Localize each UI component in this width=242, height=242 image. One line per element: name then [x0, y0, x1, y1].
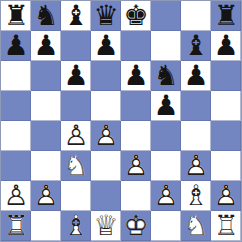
square-d3[interactable]	[91, 151, 121, 181]
square-d1[interactable]: ♛♕	[91, 211, 121, 241]
square-d8[interactable]: ♛	[91, 1, 121, 31]
square-h3[interactable]	[211, 151, 241, 181]
chess-board-container: ♜♞♝♛♚♜♟♟♟♝♟♟♟♞♟♟♟♙♟♙♞♘♟♙♟♙♟♙♟♙♟♙♝♗♟♙♜♖♝♗…	[0, 0, 242, 242]
square-b1[interactable]	[31, 211, 61, 241]
square-f1[interactable]	[151, 211, 181, 241]
black-pawn-icon: ♟	[121, 61, 151, 91]
black-rook-icon: ♜	[1, 1, 31, 31]
square-a1[interactable]: ♜♖	[1, 211, 31, 241]
chess-board: ♜♞♝♛♚♜♟♟♟♝♟♟♟♞♟♟♟♙♟♙♞♘♟♙♟♙♟♙♟♙♟♙♝♗♟♙♜♖♝♗…	[0, 0, 242, 242]
square-a8[interactable]: ♜	[1, 1, 31, 31]
square-g8[interactable]	[181, 1, 211, 31]
square-b4[interactable]	[31, 121, 61, 151]
white-pawn-icon: ♟♙	[151, 181, 181, 211]
black-pawn-icon: ♟	[151, 91, 181, 121]
white-pawn-icon: ♟♙	[181, 151, 211, 181]
black-pawn-icon: ♟	[61, 61, 91, 91]
square-g6[interactable]: ♟	[181, 61, 211, 91]
square-h7[interactable]: ♟	[211, 31, 241, 61]
square-b2[interactable]: ♟♙	[31, 181, 61, 211]
white-pawn-icon: ♟♙	[61, 121, 91, 151]
square-g3[interactable]: ♟♙	[181, 151, 211, 181]
square-d7[interactable]: ♟	[91, 31, 121, 61]
square-g4[interactable]	[181, 121, 211, 151]
square-f8[interactable]	[151, 1, 181, 31]
square-f5[interactable]: ♟	[151, 91, 181, 121]
square-h4[interactable]	[211, 121, 241, 151]
square-b5[interactable]	[31, 91, 61, 121]
white-pawn-icon: ♟♙	[121, 151, 151, 181]
square-a5[interactable]	[1, 91, 31, 121]
square-b3[interactable]	[31, 151, 61, 181]
square-h1[interactable]: ♜♖	[211, 211, 241, 241]
black-pawn-icon: ♟	[1, 31, 31, 61]
square-c7[interactable]	[61, 31, 91, 61]
square-a3[interactable]	[1, 151, 31, 181]
square-e7[interactable]	[121, 31, 151, 61]
black-pawn-icon: ♟	[181, 61, 211, 91]
square-e1[interactable]: ♚♔	[121, 211, 151, 241]
square-c2[interactable]	[61, 181, 91, 211]
black-rook-icon: ♜	[211, 1, 241, 31]
square-c3[interactable]: ♞♘	[61, 151, 91, 181]
square-b8[interactable]: ♞	[31, 1, 61, 31]
square-e2[interactable]	[121, 181, 151, 211]
square-d2[interactable]	[91, 181, 121, 211]
white-queen-icon: ♛♕	[91, 211, 121, 241]
black-bishop-icon: ♝	[181, 31, 211, 61]
square-g2[interactable]: ♝♗	[181, 181, 211, 211]
black-knight-icon: ♞	[151, 61, 181, 91]
square-a2[interactable]: ♟♙	[1, 181, 31, 211]
square-a4[interactable]	[1, 121, 31, 151]
white-rook-icon: ♜♖	[1, 211, 31, 241]
square-e6[interactable]: ♟	[121, 61, 151, 91]
square-f2[interactable]: ♟♙	[151, 181, 181, 211]
black-pawn-icon: ♟	[31, 31, 61, 61]
black-pawn-icon: ♟	[211, 31, 241, 61]
square-c6[interactable]: ♟	[61, 61, 91, 91]
square-b7[interactable]: ♟	[31, 31, 61, 61]
white-knight-icon: ♞♘	[61, 151, 91, 181]
square-d6[interactable]	[91, 61, 121, 91]
white-bishop-icon: ♝♗	[61, 211, 91, 241]
square-e8[interactable]: ♚	[121, 1, 151, 31]
white-pawn-icon: ♟♙	[91, 121, 121, 151]
square-g1[interactable]: ♞♘	[181, 211, 211, 241]
white-pawn-icon: ♟♙	[31, 181, 61, 211]
square-c4[interactable]: ♟♙	[61, 121, 91, 151]
square-g7[interactable]: ♝	[181, 31, 211, 61]
square-a6[interactable]	[1, 61, 31, 91]
square-c5[interactable]	[61, 91, 91, 121]
black-king-icon: ♚	[121, 1, 151, 31]
square-e5[interactable]	[121, 91, 151, 121]
square-e3[interactable]: ♟♙	[121, 151, 151, 181]
black-bishop-icon: ♝	[61, 1, 91, 31]
square-h8[interactable]: ♜	[211, 1, 241, 31]
white-pawn-icon: ♟♙	[211, 181, 241, 211]
white-knight-icon: ♞♘	[181, 211, 211, 241]
square-h6[interactable]	[211, 61, 241, 91]
square-c1[interactable]: ♝♗	[61, 211, 91, 241]
white-rook-icon: ♜♖	[211, 211, 241, 241]
square-f7[interactable]	[151, 31, 181, 61]
square-h5[interactable]	[211, 91, 241, 121]
square-e4[interactable]	[121, 121, 151, 151]
black-queen-icon: ♛	[91, 1, 121, 31]
black-pawn-icon: ♟	[91, 31, 121, 61]
square-g5[interactable]	[181, 91, 211, 121]
square-d4[interactable]: ♟♙	[91, 121, 121, 151]
square-c8[interactable]: ♝	[61, 1, 91, 31]
square-b6[interactable]	[31, 61, 61, 91]
white-pawn-icon: ♟♙	[1, 181, 31, 211]
square-d5[interactable]	[91, 91, 121, 121]
square-f3[interactable]	[151, 151, 181, 181]
black-knight-icon: ♞	[31, 1, 61, 31]
square-f4[interactable]	[151, 121, 181, 151]
square-a7[interactable]: ♟	[1, 31, 31, 61]
white-bishop-icon: ♝♗	[181, 181, 211, 211]
square-h2[interactable]: ♟♙	[211, 181, 241, 211]
white-king-icon: ♚♔	[121, 211, 151, 241]
square-f6[interactable]: ♞	[151, 61, 181, 91]
